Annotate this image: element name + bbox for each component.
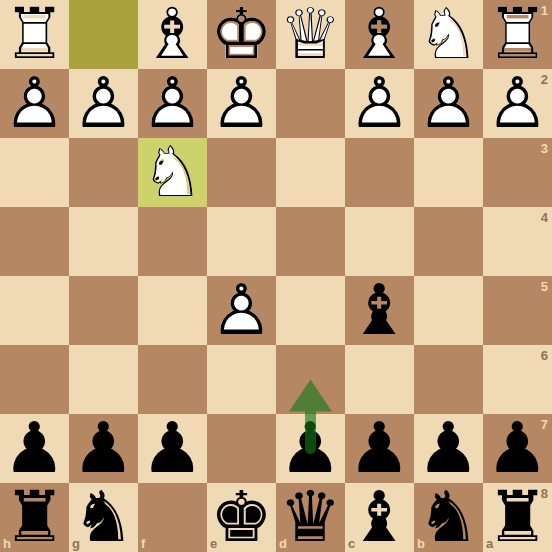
square-c4[interactable]: [345, 207, 414, 276]
piece-outline-layer: ♙: [207, 276, 276, 345]
piece-fill-layer: ♜: [483, 483, 552, 552]
piece-fill-layer: ♞: [414, 483, 483, 552]
square-e4[interactable]: [207, 207, 276, 276]
piece-fill-layer: ♟: [276, 414, 345, 483]
square-b5[interactable]: [414, 276, 483, 345]
piece-outline-layer: ♖: [483, 0, 552, 69]
piece-outline-layer: ♙: [207, 69, 276, 138]
piece-black-queen[interactable]: ♛: [276, 483, 345, 552]
piece-fill-layer: ♟: [69, 414, 138, 483]
square-b4[interactable]: [414, 207, 483, 276]
piece-white-bishop[interactable]: ♝♗: [138, 0, 207, 69]
square-a6[interactable]: 6: [483, 345, 552, 414]
piece-white-rook[interactable]: ♜♖: [0, 0, 69, 69]
piece-fill-layer: ♟: [138, 414, 207, 483]
coord-rank-5: 5: [541, 279, 548, 294]
piece-white-pawn[interactable]: ♟♙: [483, 69, 552, 138]
square-c6[interactable]: [345, 345, 414, 414]
piece-outline-layer: ♙: [345, 69, 414, 138]
piece-fill-layer: ♛: [276, 483, 345, 552]
square-d5[interactable]: [276, 276, 345, 345]
piece-white-king[interactable]: ♚♔: [207, 0, 276, 69]
piece-white-pawn[interactable]: ♟♙: [207, 69, 276, 138]
square-b3[interactable]: [414, 138, 483, 207]
square-f5[interactable]: [138, 276, 207, 345]
piece-black-knight[interactable]: ♞: [69, 483, 138, 552]
piece-fill-layer: ♟: [483, 414, 552, 483]
piece-outline-layer: ♙: [0, 69, 69, 138]
piece-black-pawn[interactable]: ♟: [483, 414, 552, 483]
square-b6[interactable]: [414, 345, 483, 414]
square-d6[interactable]: [276, 345, 345, 414]
piece-fill-layer: ♟: [414, 414, 483, 483]
piece-white-knight[interactable]: ♞♘: [414, 0, 483, 69]
square-a3[interactable]: 3: [483, 138, 552, 207]
piece-black-pawn[interactable]: ♟: [138, 414, 207, 483]
piece-black-pawn[interactable]: ♟: [276, 414, 345, 483]
piece-fill-layer: ♚: [207, 483, 276, 552]
piece-white-pawn[interactable]: ♟♙: [414, 69, 483, 138]
square-f4[interactable]: [138, 207, 207, 276]
coord-file-f: f: [141, 536, 145, 551]
square-h5[interactable]: [0, 276, 69, 345]
piece-black-pawn[interactable]: ♟: [69, 414, 138, 483]
piece-outline-layer: ♙: [69, 69, 138, 138]
piece-black-pawn[interactable]: ♟: [345, 414, 414, 483]
piece-outline-layer: ♘: [138, 138, 207, 207]
square-h4[interactable]: [0, 207, 69, 276]
piece-black-pawn[interactable]: ♟: [0, 414, 69, 483]
piece-fill-layer: ♜: [0, 483, 69, 552]
square-g5[interactable]: [69, 276, 138, 345]
square-a4[interactable]: 4: [483, 207, 552, 276]
piece-white-pawn[interactable]: ♟♙: [138, 69, 207, 138]
square-g1[interactable]: [69, 0, 138, 69]
piece-white-rook[interactable]: ♜♖: [483, 0, 552, 69]
square-f8[interactable]: f: [138, 483, 207, 552]
piece-black-pawn[interactable]: ♟: [414, 414, 483, 483]
square-a5[interactable]: 5: [483, 276, 552, 345]
piece-white-pawn[interactable]: ♟♙: [207, 276, 276, 345]
square-e7[interactable]: [207, 414, 276, 483]
coord-rank-6: 6: [541, 348, 548, 363]
piece-fill-layer: ♝: [345, 276, 414, 345]
square-c3[interactable]: [345, 138, 414, 207]
piece-black-rook[interactable]: ♜: [483, 483, 552, 552]
piece-outline-layer: ♖: [0, 0, 69, 69]
piece-black-bishop[interactable]: ♝: [345, 276, 414, 345]
piece-white-queen[interactable]: ♛♕: [276, 0, 345, 69]
piece-fill-layer: ♝: [345, 483, 414, 552]
piece-black-king[interactable]: ♚: [207, 483, 276, 552]
square-h3[interactable]: [0, 138, 69, 207]
piece-outline-layer: ♙: [483, 69, 552, 138]
piece-black-bishop[interactable]: ♝: [345, 483, 414, 552]
square-g3[interactable]: [69, 138, 138, 207]
piece-white-knight[interactable]: ♞♘: [138, 138, 207, 207]
piece-black-rook[interactable]: ♜: [0, 483, 69, 552]
square-h6[interactable]: [0, 345, 69, 414]
piece-outline-layer: ♗: [345, 0, 414, 69]
square-g6[interactable]: [69, 345, 138, 414]
piece-white-pawn[interactable]: ♟♙: [0, 69, 69, 138]
square-d3[interactable]: [276, 138, 345, 207]
piece-outline-layer: ♗: [138, 0, 207, 69]
piece-white-bishop[interactable]: ♝♗: [345, 0, 414, 69]
square-d2[interactable]: [276, 69, 345, 138]
piece-black-knight[interactable]: ♞: [414, 483, 483, 552]
square-g4[interactable]: [69, 207, 138, 276]
square-f6[interactable]: [138, 345, 207, 414]
chess-board: 1234567hgfedcba8♜♖♝♗♚♔♛♕♝♗♞♘♜♖♟♙♟♙♟♙♟♙♟♙…: [0, 0, 552, 552]
piece-white-pawn[interactable]: ♟♙: [345, 69, 414, 138]
piece-white-pawn[interactable]: ♟♙: [69, 69, 138, 138]
piece-outline-layer: ♕: [276, 0, 345, 69]
piece-fill-layer: ♞: [69, 483, 138, 552]
piece-fill-layer: ♟: [345, 414, 414, 483]
square-e3[interactable]: [207, 138, 276, 207]
piece-outline-layer: ♔: [207, 0, 276, 69]
square-e6[interactable]: [207, 345, 276, 414]
coord-rank-4: 4: [541, 210, 548, 225]
square-d4[interactable]: [276, 207, 345, 276]
piece-outline-layer: ♙: [138, 69, 207, 138]
piece-fill-layer: ♟: [0, 414, 69, 483]
piece-outline-layer: ♙: [414, 69, 483, 138]
piece-outline-layer: ♘: [414, 0, 483, 69]
